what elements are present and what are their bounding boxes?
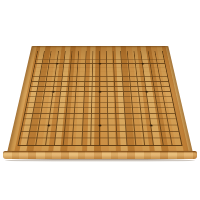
product-photo <box>0 0 200 200</box>
grid-cell <box>118 138 127 145</box>
star-point <box>146 91 149 93</box>
grid-cell <box>82 138 91 145</box>
grid-cell <box>171 138 181 145</box>
star-point <box>99 63 101 64</box>
go-board <box>7 46 193 153</box>
grid-cell <box>91 138 100 145</box>
grid-cell <box>100 138 109 145</box>
board-shadow <box>5 159 195 162</box>
grid-cell <box>73 138 82 145</box>
star-point <box>142 63 145 64</box>
star-point <box>99 91 102 93</box>
board-grid <box>17 51 182 146</box>
star-point <box>99 125 102 127</box>
board-front-edge <box>3 151 197 159</box>
star-point <box>150 125 153 127</box>
grid-cell <box>109 138 118 145</box>
